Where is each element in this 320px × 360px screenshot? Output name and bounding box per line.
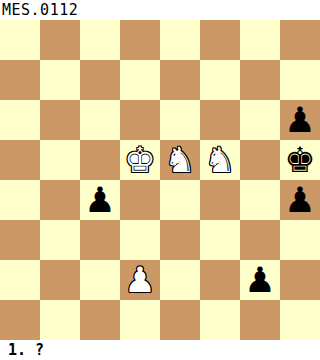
square-a4[interactable] <box>0 180 40 220</box>
square-c2[interactable] <box>80 260 120 300</box>
square-b1[interactable] <box>40 300 80 340</box>
piece-white-king[interactable]: ♚ <box>124 140 155 180</box>
square-h6[interactable]: ♟ <box>280 100 320 140</box>
square-d1[interactable] <box>120 300 160 340</box>
status-bar: 1. ? <box>0 340 320 360</box>
piece-white-pawn[interactable]: ♟ <box>124 260 155 300</box>
square-h3[interactable] <box>280 220 320 260</box>
puzzle-id: MES.0112 <box>2 1 78 19</box>
square-d3[interactable] <box>120 220 160 260</box>
square-d4[interactable] <box>120 180 160 220</box>
square-g6[interactable] <box>240 100 280 140</box>
square-f1[interactable] <box>200 300 240 340</box>
square-f5[interactable]: ♞ <box>200 140 240 180</box>
square-h4[interactable]: ♟ <box>280 180 320 220</box>
piece-black-pawn[interactable]: ♟ <box>84 180 115 220</box>
square-a6[interactable] <box>0 100 40 140</box>
square-e7[interactable] <box>160 60 200 100</box>
square-f8[interactable] <box>200 20 240 60</box>
square-a2[interactable] <box>0 260 40 300</box>
square-b4[interactable] <box>40 180 80 220</box>
chess-app-window: MES.0112 ♟♚♞♞♚♟♟♟♟ 1. ? <box>0 0 320 360</box>
square-c1[interactable] <box>80 300 120 340</box>
square-e8[interactable] <box>160 20 200 60</box>
title-bar: MES.0112 <box>0 0 320 20</box>
square-a5[interactable] <box>0 140 40 180</box>
square-f7[interactable] <box>200 60 240 100</box>
square-b5[interactable] <box>40 140 80 180</box>
square-b6[interactable] <box>40 100 80 140</box>
piece-black-king[interactable]: ♚ <box>284 140 315 180</box>
square-g3[interactable] <box>240 220 280 260</box>
square-g1[interactable] <box>240 300 280 340</box>
square-f6[interactable] <box>200 100 240 140</box>
square-e2[interactable] <box>160 260 200 300</box>
square-g7[interactable] <box>240 60 280 100</box>
square-a1[interactable] <box>0 300 40 340</box>
square-a7[interactable] <box>0 60 40 100</box>
square-d7[interactable] <box>120 60 160 100</box>
square-b3[interactable] <box>40 220 80 260</box>
square-d8[interactable] <box>120 20 160 60</box>
square-c3[interactable] <box>80 220 120 260</box>
square-e4[interactable] <box>160 180 200 220</box>
piece-black-pawn[interactable]: ♟ <box>244 260 275 300</box>
square-e3[interactable] <box>160 220 200 260</box>
piece-black-pawn[interactable]: ♟ <box>284 100 315 140</box>
square-e5[interactable]: ♞ <box>160 140 200 180</box>
square-c6[interactable] <box>80 100 120 140</box>
square-g2[interactable]: ♟ <box>240 260 280 300</box>
square-c7[interactable] <box>80 60 120 100</box>
square-h7[interactable] <box>280 60 320 100</box>
square-e1[interactable] <box>160 300 200 340</box>
square-b7[interactable] <box>40 60 80 100</box>
square-g5[interactable] <box>240 140 280 180</box>
square-b2[interactable] <box>40 260 80 300</box>
square-c8[interactable] <box>80 20 120 60</box>
square-d2[interactable]: ♟ <box>120 260 160 300</box>
square-g8[interactable] <box>240 20 280 60</box>
square-a8[interactable] <box>0 20 40 60</box>
square-a3[interactable] <box>0 220 40 260</box>
square-f4[interactable] <box>200 180 240 220</box>
square-h1[interactable] <box>280 300 320 340</box>
piece-white-knight[interactable]: ♞ <box>204 140 235 180</box>
square-h2[interactable] <box>280 260 320 300</box>
square-f3[interactable] <box>200 220 240 260</box>
square-d5[interactable]: ♚ <box>120 140 160 180</box>
square-h8[interactable] <box>280 20 320 60</box>
square-h5[interactable]: ♚ <box>280 140 320 180</box>
square-g4[interactable] <box>240 180 280 220</box>
square-e6[interactable] <box>160 100 200 140</box>
move-prompt: 1. ? <box>8 341 44 359</box>
square-b8[interactable] <box>40 20 80 60</box>
piece-white-knight[interactable]: ♞ <box>164 140 195 180</box>
chess-board[interactable]: ♟♚♞♞♚♟♟♟♟ <box>0 20 320 340</box>
piece-black-pawn[interactable]: ♟ <box>284 180 315 220</box>
square-c4[interactable]: ♟ <box>80 180 120 220</box>
square-c5[interactable] <box>80 140 120 180</box>
square-f2[interactable] <box>200 260 240 300</box>
square-d6[interactable] <box>120 100 160 140</box>
